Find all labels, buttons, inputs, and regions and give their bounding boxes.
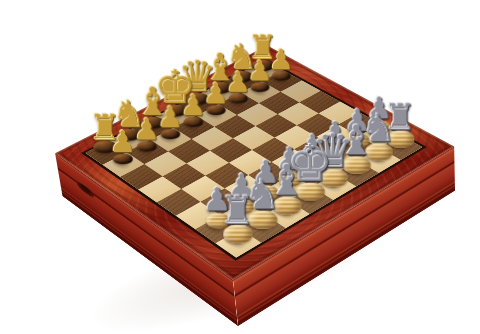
turned-wood-base xyxy=(223,225,252,243)
lid-finger-notch xyxy=(76,180,94,200)
pawn-glyph: ♟ xyxy=(109,128,136,156)
piece-billboard: ♟ xyxy=(99,128,147,165)
chess-box: ♜♞♝♛♚♝♞♜♟♟♟♟♟♟♟♟♟♟♟♟♟♟♟♟♜♞♝♛♚♝♞♜ xyxy=(55,45,454,279)
rook-glyph: ♜ xyxy=(220,192,255,228)
piece-billboard: ♜ xyxy=(211,192,263,243)
box-lid-top: ♜♞♝♛♚♝♞♜♟♟♟♟♟♟♟♟♟♟♟♟♟♟♟♟♜♞♝♛♚♝♞♜ xyxy=(55,45,454,279)
photo-canvas: ♜♞♝♛♚♝♞♜♟♟♟♟♟♟♟♟♟♟♟♟♟♟♟♟♜♞♝♛♚♝♞♜ xyxy=(0,0,480,334)
turned-wood-base xyxy=(113,154,133,164)
